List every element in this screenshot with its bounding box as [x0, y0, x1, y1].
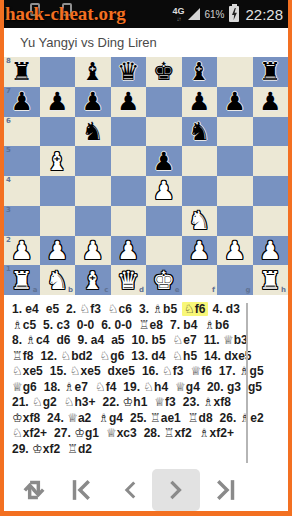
square-a3[interactable]: 3 — [4, 206, 40, 236]
move-token[interactable]: 7. b4 — [170, 318, 197, 332]
white-bishop-piece[interactable]: ♝ — [46, 147, 68, 176]
square-f2[interactable]: ♟ — [182, 236, 218, 266]
move-token[interactable]: 28. ♖xf2 — [144, 426, 192, 440]
clock: 22:28 — [245, 6, 283, 23]
square-f4[interactable] — [182, 176, 218, 206]
square-c2[interactable]: ♟ — [75, 236, 111, 266]
chess-board[interactable]: 8♜♝♛♚♝♜7♟♟♟♟♟♟♟6♞♞5♝♟4♟3♞2♟♟♟♟♟♟♟1a♜b♞c♝… — [4, 57, 288, 295]
square-g8[interactable] — [217, 57, 253, 87]
file-label: e — [175, 287, 180, 294]
rank-label: 3 — [6, 207, 11, 214]
move-token[interactable]: 1. e4 — [12, 302, 39, 316]
square-h4[interactable] — [253, 176, 289, 206]
move-token[interactable]: ♕g4 — [175, 380, 200, 394]
black-pawn-piece[interactable]: ♟ — [46, 87, 68, 116]
chevron-left-icon — [119, 479, 141, 501]
square-h8[interactable]: ♜ — [253, 57, 289, 87]
white-bishop-piece[interactable]: ♝ — [82, 266, 104, 295]
square-b8[interactable] — [40, 57, 76, 87]
move-token[interactable]: 14. dxe5 — [204, 349, 251, 363]
black-bishop-piece[interactable]: ♝ — [82, 57, 104, 86]
flip-board-button[interactable] — [14, 469, 54, 511]
previous-move-button[interactable] — [110, 469, 150, 511]
square-d2[interactable]: ♟ — [111, 236, 147, 266]
move-token[interactable]: 21. ♘g2 — [12, 395, 57, 409]
square-c8[interactable]: ♝ — [75, 57, 111, 87]
white-pawn-piece[interactable]: ♟ — [153, 176, 175, 205]
move-list-scrollbar[interactable] — [246, 303, 248, 463]
move-token[interactable]: 24. ♕a2 — [47, 411, 91, 425]
white-pawn-piece[interactable]: ♟ — [11, 236, 33, 265]
square-e3[interactable] — [146, 206, 182, 236]
square-b1[interactable]: b♞ — [40, 265, 76, 295]
square-b3[interactable] — [40, 206, 76, 236]
square-g7[interactable]: ♟ — [217, 87, 253, 117]
square-c1[interactable]: c♝ — [75, 265, 111, 295]
file-label: h — [281, 287, 286, 294]
move-token[interactable]: 19. ♘h4 — [123, 380, 168, 394]
square-c6[interactable]: ♞ — [75, 117, 111, 147]
square-e7[interactable] — [146, 87, 182, 117]
white-knight-piece[interactable]: ♞ — [46, 266, 68, 295]
square-g1[interactable]: g — [217, 265, 253, 295]
rank-label: 7 — [6, 88, 11, 95]
move-token[interactable]: 0-0 — [77, 318, 94, 332]
move-token[interactable]: 25. ♖ae1 — [130, 411, 181, 425]
rank-label: 8 — [6, 58, 11, 65]
square-c7[interactable]: ♟ — [75, 87, 111, 117]
playback-toolbar — [4, 467, 288, 511]
black-pawn-piece[interactable]: ♟ — [82, 87, 104, 116]
battery-icon — [229, 6, 239, 22]
white-pawn-piece[interactable]: ♟ — [188, 236, 210, 265]
square-h5[interactable] — [253, 146, 289, 176]
file-label: b — [68, 287, 73, 294]
square-e4[interactable]: ♟ — [146, 176, 182, 206]
square-a4[interactable]: 4 — [4, 176, 40, 206]
square-b2[interactable]: ♟ — [40, 236, 76, 266]
square-b5[interactable]: ♝ — [40, 146, 76, 176]
square-d1[interactable]: d♛ — [111, 265, 147, 295]
black-pawn-piece[interactable]: ♟ — [259, 87, 281, 116]
white-pawn-piece[interactable]: ♟ — [82, 236, 104, 265]
move-token[interactable]: 17. ♗g5 — [219, 364, 264, 378]
move-token[interactable]: ♕f6 — [190, 364, 211, 378]
square-b7[interactable]: ♟ — [40, 87, 76, 117]
black-bishop-piece[interactable]: ♝ — [188, 57, 210, 86]
square-a2[interactable]: 2♟ — [4, 236, 40, 266]
square-h6[interactable] — [253, 117, 289, 147]
move-token[interactable]: 2. ♘f3 — [66, 302, 101, 316]
square-a6[interactable]: 6 — [4, 117, 40, 147]
white-pawn-piece[interactable]: ♟ — [259, 236, 281, 265]
square-f7[interactable]: ♟ — [182, 87, 218, 117]
move-token[interactable]: 12. ♘bd2 — [40, 349, 92, 363]
file-label: f — [212, 287, 215, 294]
square-a1[interactable]: 1a♜ — [4, 265, 40, 295]
move-token[interactable]: ♗xf2+ — [199, 426, 234, 440]
white-rook-piece[interactable]: ♜ — [259, 266, 281, 295]
square-c5[interactable] — [75, 146, 111, 176]
watermark-text: hack-cheat.org — [5, 3, 126, 25]
square-h1[interactable]: h♜ — [253, 265, 289, 295]
rank-label: 2 — [6, 237, 11, 244]
move-token[interactable]: 3. ♗b5 — [139, 302, 177, 316]
square-g5[interactable] — [217, 146, 253, 176]
file-label: d — [139, 287, 144, 294]
square-b6[interactable] — [40, 117, 76, 147]
square-d8[interactable]: ♛ — [111, 57, 147, 87]
move-token[interactable]: ♗c5 — [12, 318, 36, 332]
status-icons: 4G ↓↑ 61% 22:28 — [172, 6, 288, 23]
move-token[interactable]: 9. a4 — [77, 333, 104, 347]
file-label: a — [33, 287, 38, 294]
move-token[interactable]: 27. ♔g1 — [54, 426, 99, 440]
file-label: g — [245, 287, 250, 294]
move-token[interactable]: ♘h3+ — [64, 395, 96, 409]
move-token[interactable]: ♘xe5 — [12, 364, 43, 378]
white-pawn-piece[interactable]: ♟ — [117, 236, 139, 265]
square-g2[interactable]: ♟ — [217, 236, 253, 266]
move-token[interactable]: g5 — [248, 380, 262, 394]
white-queen-piece[interactable]: ♛ — [117, 266, 139, 295]
rank-label: 1 — [6, 266, 11, 273]
flip-board-icon — [21, 477, 47, 503]
move-token[interactable]: 5. c3 — [43, 318, 70, 332]
square-f8[interactable]: ♝ — [182, 57, 218, 87]
square-h2[interactable]: ♟ — [253, 236, 289, 266]
move-token[interactable]: 4. d3 — [213, 302, 240, 316]
rank-label: 5 — [6, 147, 11, 154]
app-window: hack-cheat.org 4G ↓↑ 61% 22:28 Yu Yangyi… — [4, 0, 288, 511]
black-knight-piece[interactable]: ♞ — [188, 117, 210, 146]
white-pawn-piece[interactable]: ♟ — [224, 236, 246, 265]
move-token[interactable]: ♖d2 — [67, 442, 92, 456]
move-token[interactable]: ♘g6 — [100, 349, 125, 363]
square-a8[interactable]: 8♜ — [4, 57, 40, 87]
black-queen-piece[interactable]: ♛ — [117, 57, 139, 86]
square-d7[interactable]: ♟ — [111, 87, 147, 117]
move-token[interactable]: ♖d8 — [188, 411, 213, 425]
move-token[interactable]: 26. ♗e2 — [220, 411, 264, 425]
move-token[interactable]: a5 — [111, 333, 124, 347]
square-h7[interactable]: ♟ — [253, 87, 289, 117]
rank-label: 4 — [6, 177, 11, 184]
black-rook-piece[interactable]: ♜ — [259, 57, 281, 86]
black-pawn-piece[interactable]: ♟ — [117, 87, 139, 116]
move-token[interactable]: dxe5 — [108, 364, 135, 378]
black-pawn-piece[interactable]: ♟ — [153, 147, 175, 176]
move-token[interactable]: 8. ♗c4 — [12, 333, 49, 347]
square-f5[interactable] — [182, 146, 218, 176]
charging-bolt-icon — [231, 8, 238, 20]
title-bar: Yu Yangyi vs Ding Liren — [4, 28, 288, 57]
black-pawn-piece[interactable]: ♟ — [11, 87, 33, 116]
black-rook-piece[interactable]: ♜ — [11, 57, 33, 86]
skip-to-end-icon — [213, 477, 239, 503]
move-token[interactable]: 16. ♘f3 — [142, 364, 183, 378]
last-move-button[interactable] — [206, 469, 246, 511]
square-e2[interactable] — [146, 236, 182, 266]
move-token[interactable]: 15. ♘xe5 — [50, 364, 101, 378]
chevron-right-icon — [164, 478, 188, 502]
square-c4[interactable] — [75, 176, 111, 206]
move-token[interactable]: ♖e8 — [139, 318, 163, 332]
square-a7[interactable]: 7♟ — [4, 87, 40, 117]
first-move-button[interactable] — [61, 469, 101, 511]
square-h3[interactable] — [253, 206, 289, 236]
move-token[interactable]: ♘e7 — [173, 333, 197, 347]
square-e1[interactable]: e♚ — [146, 265, 182, 295]
square-d3[interactable] — [111, 206, 147, 236]
move-token[interactable]: ♕xc3 — [106, 426, 137, 440]
move-token[interactable]: 10. b5 — [132, 333, 166, 347]
white-rook-piece[interactable]: ♜ — [11, 266, 33, 295]
move-token[interactable]: 11. ♕b3 — [204, 333, 248, 347]
move-token[interactable]: ♘h5 — [172, 349, 197, 363]
move-token[interactable]: 13. d4 — [131, 349, 165, 363]
square-d4[interactable] — [111, 176, 147, 206]
square-b4[interactable] — [40, 176, 76, 206]
square-e5[interactable]: ♟ — [146, 146, 182, 176]
move-token[interactable]: ♕g6 — [12, 380, 37, 394]
square-e6[interactable] — [146, 117, 182, 147]
square-f1[interactable]: f — [182, 265, 218, 295]
move-token[interactable]: 20. g3 — [207, 380, 241, 394]
move-token[interactable]: ♗g4 — [98, 411, 123, 425]
move-token[interactable]: 22. ♔h1 — [103, 395, 148, 409]
black-knight-piece[interactable]: ♞ — [82, 117, 104, 146]
signal-icon — [188, 8, 200, 20]
square-d5[interactable] — [111, 146, 147, 176]
rank-label: 6 — [6, 118, 11, 125]
move-token[interactable]: d6 — [56, 333, 70, 347]
move-token[interactable]: ♔xf8 — [12, 411, 40, 425]
square-g3[interactable] — [217, 206, 253, 236]
move-token[interactable]: ♕f3 — [154, 395, 175, 409]
current-move[interactable]: ♘f6 — [182, 302, 207, 316]
white-knight-piece[interactable]: ♞ — [188, 206, 210, 235]
square-c3[interactable] — [75, 206, 111, 236]
move-list-panel[interactable]: 1. e4e52. ♘f3♘c63. ♗b5♘f64. d3♗c55. c30-… — [4, 295, 288, 467]
move-token[interactable]: 29. ♔xf2 — [12, 442, 60, 456]
move-token[interactable]: ♘f4 — [95, 380, 116, 394]
square-e8[interactable]: ♚ — [146, 57, 182, 87]
black-king-piece[interactable]: ♚ — [153, 57, 175, 86]
status-bar: hack-cheat.org 4G ↓↑ 61% 22:28 — [4, 0, 288, 28]
move-token[interactable]: ♘xf2+ — [12, 426, 47, 440]
black-pawn-piece[interactable]: ♟ — [224, 87, 246, 116]
black-pawn-piece[interactable]: ♟ — [188, 87, 210, 116]
file-label: c — [104, 287, 108, 294]
white-king-piece[interactable]: ♚ — [153, 266, 175, 295]
move-token[interactable]: e5 — [46, 302, 59, 316]
white-pawn-piece[interactable]: ♟ — [46, 236, 68, 265]
network-indicator: 4G ↓↑ — [172, 7, 184, 22]
square-g6[interactable] — [217, 117, 253, 147]
square-f3[interactable]: ♞ — [182, 206, 218, 236]
move-token[interactable]: ♘c6 — [108, 302, 132, 316]
square-a5[interactable]: 5 — [4, 146, 40, 176]
skip-to-start-icon — [68, 477, 94, 503]
page-title: Yu Yangyi vs Ding Liren — [20, 35, 157, 50]
move-token[interactable]: ♖f8 — [12, 349, 33, 363]
move-token[interactable]: 6. 0-0 — [101, 318, 132, 332]
move-token[interactable]: 18. ♗e7 — [44, 380, 88, 394]
move-token[interactable]: 23. ♗xf8 — [183, 395, 231, 409]
move-token[interactable]: ♗b6 — [204, 318, 229, 332]
next-move-button[interactable] — [152, 469, 200, 511]
battery-percent: 61% — [204, 9, 224, 20]
square-g4[interactable] — [217, 176, 253, 206]
square-f6[interactable]: ♞ — [182, 117, 218, 147]
square-d6[interactable] — [111, 117, 147, 147]
